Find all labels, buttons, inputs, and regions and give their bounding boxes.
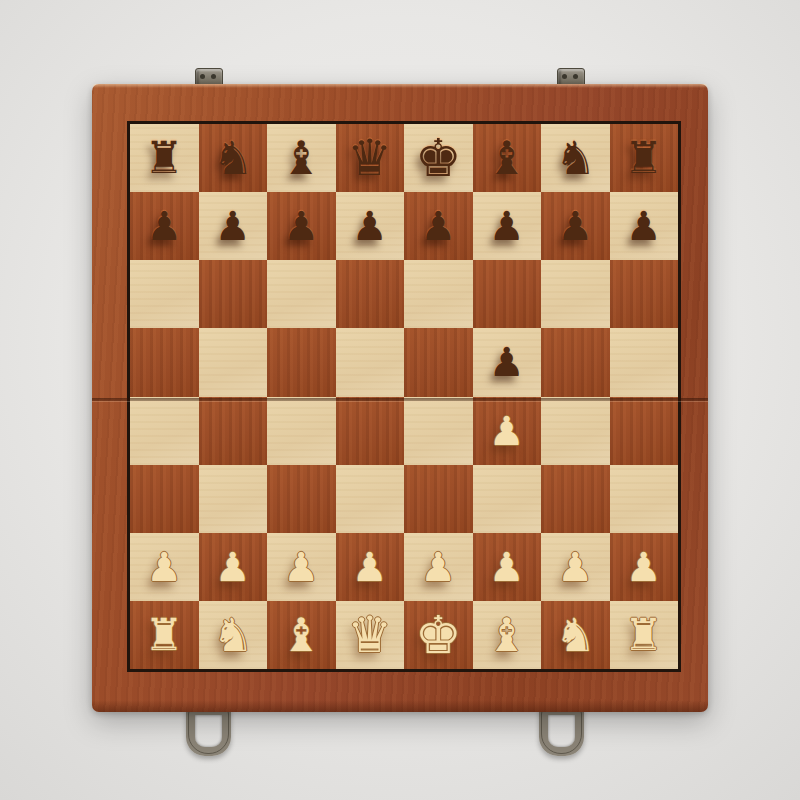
black-pawn: ♟	[557, 206, 593, 246]
square-g5	[541, 328, 610, 396]
white-rook: ♜	[145, 613, 184, 657]
square-d6	[336, 260, 405, 328]
square-f5: ♟	[473, 328, 542, 396]
clasp-icon	[539, 706, 584, 756]
square-c4	[267, 397, 336, 465]
square-b4	[199, 397, 268, 465]
square-f2: ♟	[473, 533, 542, 601]
black-pawn: ♟	[626, 206, 662, 246]
square-a3	[130, 465, 199, 533]
black-queen: ♛	[347, 133, 392, 183]
white-knight: ♞	[212, 612, 253, 658]
white-pawn: ♟	[489, 547, 525, 587]
square-a6	[130, 260, 199, 328]
clasp-icon	[186, 706, 231, 756]
white-pawn: ♟	[626, 547, 662, 587]
white-bishop: ♝	[281, 612, 322, 658]
square-c1: ♝	[267, 601, 336, 669]
square-g3	[541, 465, 610, 533]
square-f1: ♝	[473, 601, 542, 669]
square-h4	[610, 397, 679, 465]
square-a7: ♟	[130, 192, 199, 260]
black-pawn: ♟	[146, 206, 182, 246]
black-pawn: ♟	[489, 206, 525, 246]
square-c2: ♟	[267, 533, 336, 601]
black-pawn: ♟	[215, 206, 251, 246]
square-c3	[267, 465, 336, 533]
square-a1: ♜	[130, 601, 199, 669]
square-d8: ♛	[336, 124, 405, 192]
square-b6	[199, 260, 268, 328]
square-f7: ♟	[473, 192, 542, 260]
black-king: ♚	[415, 132, 462, 184]
white-pawn: ♟	[283, 547, 319, 587]
square-h7: ♟	[610, 192, 679, 260]
black-rook: ♜	[624, 136, 663, 180]
square-f6	[473, 260, 542, 328]
square-e7: ♟	[404, 192, 473, 260]
square-b7: ♟	[199, 192, 268, 260]
square-c8: ♝	[267, 124, 336, 192]
black-knight: ♞	[212, 135, 253, 181]
square-b5	[199, 328, 268, 396]
white-pawn: ♟	[146, 547, 182, 587]
square-d7: ♟	[336, 192, 405, 260]
square-a8: ♜	[130, 124, 199, 192]
square-h8: ♜	[610, 124, 679, 192]
square-g2: ♟	[541, 533, 610, 601]
square-g6	[541, 260, 610, 328]
square-d4	[336, 397, 405, 465]
square-d5	[336, 328, 405, 396]
white-pawn: ♟	[489, 411, 525, 451]
black-rook: ♜	[145, 136, 184, 180]
fold-seam	[92, 398, 708, 401]
square-e2: ♟	[404, 533, 473, 601]
white-pawn: ♟	[420, 547, 456, 587]
black-bishop: ♝	[281, 135, 322, 181]
black-knight: ♞	[555, 135, 596, 181]
square-c6	[267, 260, 336, 328]
black-bishop: ♝	[486, 135, 527, 181]
square-a2: ♟	[130, 533, 199, 601]
chess-board-frame: ♜♞♝♛♚♝♞♜♟♟♟♟♟♟♟♟♟♟♟♟♟♟♟♟♟♟♜♞♝♛♚♝♞♜	[92, 84, 708, 712]
white-queen: ♛	[347, 610, 392, 660]
square-e5	[404, 328, 473, 396]
black-pawn: ♟	[283, 206, 319, 246]
square-a5	[130, 328, 199, 396]
white-king: ♚	[415, 609, 462, 661]
square-g8: ♞	[541, 124, 610, 192]
square-d3	[336, 465, 405, 533]
square-b3	[199, 465, 268, 533]
square-f4: ♟	[473, 397, 542, 465]
square-h3	[610, 465, 679, 533]
white-rook: ♜	[624, 613, 663, 657]
square-e6	[404, 260, 473, 328]
square-b8: ♞	[199, 124, 268, 192]
square-f8: ♝	[473, 124, 542, 192]
square-c7: ♟	[267, 192, 336, 260]
square-g7: ♟	[541, 192, 610, 260]
white-knight: ♞	[555, 612, 596, 658]
black-pawn: ♟	[420, 206, 456, 246]
square-e8: ♚	[404, 124, 473, 192]
square-c5	[267, 328, 336, 396]
square-b1: ♞	[199, 601, 268, 669]
black-pawn: ♟	[489, 342, 525, 382]
square-a4	[130, 397, 199, 465]
square-d1: ♛	[336, 601, 405, 669]
square-e3	[404, 465, 473, 533]
square-h5	[610, 328, 679, 396]
white-pawn: ♟	[557, 547, 593, 587]
square-f3	[473, 465, 542, 533]
square-g1: ♞	[541, 601, 610, 669]
square-g4	[541, 397, 610, 465]
square-h6	[610, 260, 679, 328]
chess-board: ♜♞♝♛♚♝♞♜♟♟♟♟♟♟♟♟♟♟♟♟♟♟♟♟♟♟♜♞♝♛♚♝♞♜	[127, 121, 681, 672]
square-b2: ♟	[199, 533, 268, 601]
square-h1: ♜	[610, 601, 679, 669]
square-h2: ♟	[610, 533, 679, 601]
square-e4	[404, 397, 473, 465]
white-pawn: ♟	[352, 547, 388, 587]
square-d2: ♟	[336, 533, 405, 601]
square-e1: ♚	[404, 601, 473, 669]
black-pawn: ♟	[352, 206, 388, 246]
white-pawn: ♟	[215, 547, 251, 587]
white-bishop: ♝	[486, 612, 527, 658]
